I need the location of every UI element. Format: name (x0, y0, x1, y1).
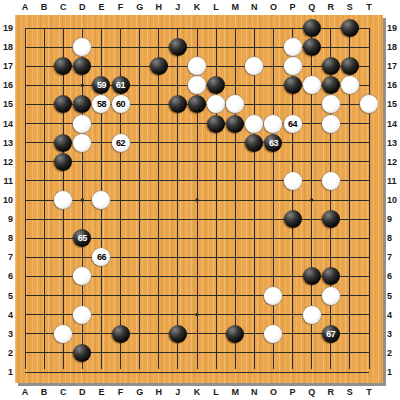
black-stone-N13[interactable] (245, 134, 263, 152)
row-label-right-11: 11 (387, 175, 400, 187)
row-label-left-15: 15 (0, 98, 13, 110)
col-label-top-C: C (55, 1, 71, 14)
row-label-right-16: 16 (387, 79, 400, 91)
star-point-K4 (195, 313, 198, 316)
row-label-left-3: 3 (0, 328, 13, 340)
col-label-bottom-B: B (36, 386, 52, 399)
move-number: 63 (269, 134, 278, 152)
col-label-bottom-R: R (323, 386, 339, 399)
col-label-top-R: R (323, 1, 339, 14)
white-stone-D14[interactable] (73, 115, 91, 133)
black-stone-C12[interactable] (54, 153, 72, 171)
go-board[interactable]: 59615860646263656667 (15, 15, 383, 383)
row-label-left-10: 10 (0, 194, 13, 206)
move-number: 67 (326, 325, 335, 343)
white-stone-O14[interactable] (264, 115, 282, 133)
black-stone-R9[interactable] (322, 210, 340, 228)
black-stone-R3[interactable]: 67 (322, 325, 340, 343)
move-number: 59 (97, 76, 106, 94)
white-stone-R11[interactable] (322, 172, 340, 190)
black-stone-Q18[interactable] (303, 38, 321, 56)
col-label-bottom-F: F (113, 386, 129, 399)
black-stone-L14[interactable] (207, 115, 225, 133)
row-label-right-14: 14 (387, 118, 400, 130)
white-stone-R14[interactable] (322, 115, 340, 133)
col-label-top-Q: Q (304, 1, 320, 14)
col-label-top-D: D (74, 1, 90, 14)
col-label-top-S: S (342, 1, 358, 14)
black-stone-S19[interactable] (341, 19, 359, 37)
white-stone-D13[interactable] (73, 134, 91, 152)
row-label-right-19: 19 (387, 22, 400, 34)
black-stone-R16[interactable] (322, 76, 340, 94)
black-stone-H17[interactable] (150, 57, 168, 75)
row-label-left-7: 7 (0, 251, 13, 263)
black-stone-Q6[interactable] (303, 267, 321, 285)
col-label-bottom-G: G (132, 386, 148, 399)
black-stone-M3[interactable] (226, 325, 244, 343)
col-label-top-M: M (227, 1, 243, 14)
move-number: 62 (116, 134, 125, 152)
white-stone-N14[interactable] (245, 115, 263, 133)
row-label-right-12: 12 (387, 156, 400, 168)
white-stone-C3[interactable] (54, 325, 72, 343)
row-label-left-5: 5 (0, 290, 13, 302)
row-label-left-16: 16 (0, 79, 13, 91)
col-label-bottom-A: A (17, 386, 33, 399)
move-number: 64 (288, 115, 297, 133)
col-label-top-E: E (93, 1, 109, 14)
row-label-right-18: 18 (387, 41, 400, 53)
col-label-top-H: H (151, 1, 167, 14)
row-label-left-14: 14 (0, 118, 13, 130)
row-label-left-11: 11 (0, 175, 13, 187)
row-label-right-6: 6 (387, 270, 400, 282)
white-stone-F15[interactable]: 60 (112, 95, 130, 113)
star-point-Q10 (310, 198, 313, 201)
row-label-left-13: 13 (0, 137, 13, 149)
col-label-bottom-Q: Q (304, 386, 320, 399)
row-label-right-7: 7 (387, 251, 400, 263)
row-label-left-18: 18 (0, 41, 13, 53)
star-point-D16 (81, 84, 84, 87)
col-label-bottom-S: S (342, 386, 358, 399)
row-label-right-2: 2 (387, 347, 400, 359)
row-label-right-9: 9 (387, 213, 400, 225)
move-number: 61 (116, 76, 125, 94)
col-label-bottom-T: T (361, 386, 377, 399)
black-stone-F16[interactable]: 61 (112, 76, 130, 94)
col-label-bottom-P: P (285, 386, 301, 399)
row-label-right-5: 5 (387, 290, 400, 302)
black-stone-R17[interactable] (322, 57, 340, 75)
row-label-left-8: 8 (0, 232, 13, 244)
move-number: 66 (97, 248, 106, 266)
col-label-bottom-D: D (74, 386, 90, 399)
white-stone-F13[interactable]: 62 (112, 134, 130, 152)
col-label-top-F: F (113, 1, 129, 14)
row-label-left-12: 12 (0, 156, 13, 168)
row-label-left-4: 4 (0, 309, 13, 321)
col-label-top-P: P (285, 1, 301, 14)
white-stone-P11[interactable] (284, 172, 302, 190)
move-number: 58 (97, 95, 106, 113)
col-label-top-T: T (361, 1, 377, 14)
row-label-right-3: 3 (387, 328, 400, 340)
star-point-K10 (195, 198, 198, 201)
col-label-bottom-E: E (93, 386, 109, 399)
col-label-top-O: O (265, 1, 281, 14)
black-stone-J18[interactable] (169, 38, 187, 56)
col-label-bottom-C: C (55, 386, 71, 399)
col-label-top-B: B (36, 1, 52, 14)
black-stone-P9[interactable] (284, 210, 302, 228)
row-label-right-17: 17 (387, 60, 400, 72)
row-label-left-9: 9 (0, 213, 13, 225)
black-stone-M14[interactable] (226, 115, 244, 133)
col-label-top-K: K (189, 1, 205, 14)
black-stone-Q19[interactable] (303, 19, 321, 37)
col-label-bottom-M: M (227, 386, 243, 399)
row-label-left-1: 1 (0, 366, 13, 378)
move-number: 60 (116, 95, 125, 113)
white-stone-P18[interactable] (284, 38, 302, 56)
star-point-D10 (81, 198, 84, 201)
col-label-top-A: A (17, 1, 33, 14)
col-label-top-L: L (208, 1, 224, 14)
col-label-top-G: G (132, 1, 148, 14)
col-label-top-N: N (246, 1, 262, 14)
col-label-bottom-L: L (208, 386, 224, 399)
col-label-bottom-N: N (246, 386, 262, 399)
row-label-right-10: 10 (387, 194, 400, 206)
black-stone-P16[interactable] (284, 76, 302, 94)
white-stone-P14[interactable]: 64 (284, 115, 302, 133)
col-label-top-J: J (170, 1, 186, 14)
go-diagram: 59615860646263656667 AABBCCDDEEFFGGHHJJK… (0, 0, 400, 400)
row-label-left-6: 6 (0, 270, 13, 282)
row-label-right-13: 13 (387, 137, 400, 149)
row-label-right-1: 1 (387, 366, 400, 378)
col-label-bottom-J: J (170, 386, 186, 399)
row-label-right-4: 4 (387, 309, 400, 321)
row-label-left-19: 19 (0, 22, 13, 34)
white-stone-Q4[interactable] (303, 306, 321, 324)
black-stone-O13[interactable]: 63 (264, 134, 282, 152)
row-label-right-8: 8 (387, 232, 400, 244)
row-label-left-2: 2 (0, 347, 13, 359)
col-label-bottom-O: O (265, 386, 281, 399)
white-stone-O5[interactable] (264, 287, 282, 305)
white-stone-P17[interactable] (284, 57, 302, 75)
black-stone-F3[interactable] (112, 325, 130, 343)
white-stone-D4[interactable] (73, 306, 91, 324)
col-label-bottom-K: K (189, 386, 205, 399)
black-stone-S17[interactable] (341, 57, 359, 75)
move-number: 65 (78, 229, 87, 247)
row-label-left-17: 17 (0, 60, 13, 72)
black-stone-J3[interactable] (169, 325, 187, 343)
black-stone-C13[interactable] (54, 134, 72, 152)
row-label-right-15: 15 (387, 98, 400, 110)
white-stone-Q16[interactable] (303, 76, 321, 94)
white-stone-R5[interactable] (322, 287, 340, 305)
col-label-bottom-H: H (151, 386, 167, 399)
